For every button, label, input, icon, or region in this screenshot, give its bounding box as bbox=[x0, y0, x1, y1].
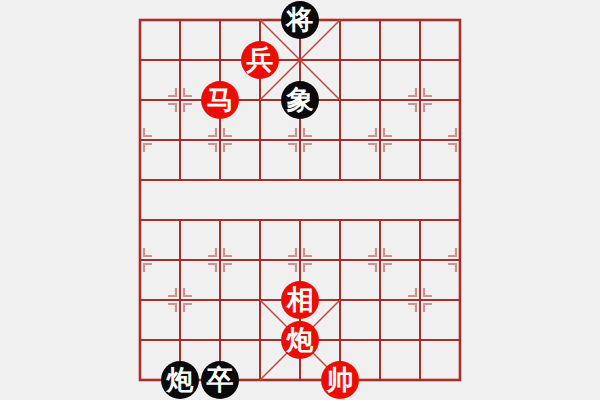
piece-black-elephant[interactable]: 象 bbox=[281, 81, 319, 119]
piece-black-cannon[interactable]: 炮 bbox=[161, 361, 199, 399]
piece-red-elephant[interactable]: 相 bbox=[281, 281, 319, 319]
piece-red-soldier[interactable]: 兵 bbox=[241, 41, 279, 79]
piece-red-cannon[interactable]: 炮 bbox=[281, 321, 319, 359]
pieces-layer: 将兵马象相炮炮卒帅 bbox=[120, 0, 480, 400]
piece-black-general[interactable]: 将 bbox=[281, 1, 319, 39]
piece-red-general[interactable]: 帅 bbox=[321, 361, 359, 399]
piece-red-horse[interactable]: 马 bbox=[201, 81, 239, 119]
piece-black-soldier[interactable]: 卒 bbox=[201, 361, 239, 399]
xiangqi-board: 将兵马象相炮炮卒帅 bbox=[0, 0, 600, 400]
